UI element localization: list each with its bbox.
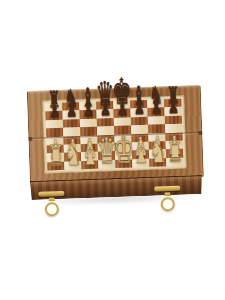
board-square [81,160,98,169]
board-square [98,160,115,169]
brass-clasp-left [38,191,65,217]
board-square [149,158,166,167]
clasp-hook-icon [48,197,55,201]
board-square [166,157,183,166]
clasp-bar-icon [154,186,180,192]
clasp-bar-icon [38,191,64,197]
clasp-ring-icon [45,202,59,216]
chess-box: ♜♞♝♛♚♝♞♜♟♟♟♟♟♟♟♟♟♟♟♟♟♟♟♟♜♞♝♛♚♝♞♜ [26,83,207,224]
hinge-icon [198,131,202,135]
board-square [64,161,81,170]
brass-clasp-right [154,186,181,212]
board-square [47,161,64,170]
hinge-icon [28,137,32,141]
chess-board: ♜♞♝♛♚♝♞♜♟♟♟♟♟♟♟♟♟♟♟♟♟♟♟♟♜♞♝♛♚♝♞♜ [27,85,204,183]
board-square [115,159,132,168]
board-square [132,158,149,167]
clasp-ring-icon [161,197,175,211]
product-photo: ♜♞♝♛♚♝♞♜♟♟♟♟♟♟♟♟♟♟♟♟♟♟♟♟♜♞♝♛♚♝♞♜ [0,0,225,300]
clasp-hook-icon [164,192,171,196]
